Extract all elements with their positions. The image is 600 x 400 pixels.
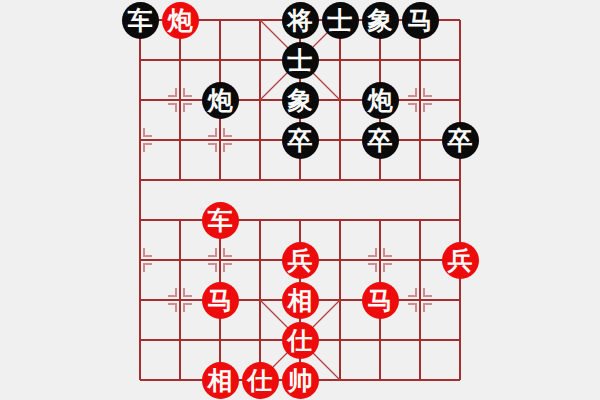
piece-black-soldier[interactable]: 卒 xyxy=(282,122,319,159)
piece-black-advisor[interactable]: 士 xyxy=(322,2,359,39)
point-marker xyxy=(224,144,232,152)
piece-black-cannon[interactable]: 炮 xyxy=(202,82,239,119)
piece-black-chariot[interactable]: 车 xyxy=(122,2,159,39)
point-marker xyxy=(384,248,392,256)
piece-black-elephant[interactable]: 象 xyxy=(282,82,319,119)
point-marker xyxy=(168,288,176,296)
piece-red-elephant[interactable]: 相 xyxy=(202,362,239,399)
point-marker xyxy=(208,264,216,272)
piece-red-horse[interactable]: 马 xyxy=(202,282,239,319)
point-marker xyxy=(408,288,416,296)
point-marker xyxy=(368,264,376,272)
piece-red-advisor[interactable]: 仕 xyxy=(282,322,319,359)
point-marker xyxy=(368,248,376,256)
point-marker xyxy=(184,104,192,112)
piece-black-cannon[interactable]: 炮 xyxy=(362,82,399,119)
point-marker xyxy=(168,104,176,112)
point-marker xyxy=(208,128,216,136)
piece-red-general[interactable]: 帅 xyxy=(282,362,319,399)
point-marker xyxy=(224,248,232,256)
point-marker xyxy=(408,104,416,112)
point-marker xyxy=(144,128,152,136)
point-marker xyxy=(424,288,432,296)
piece-black-general[interactable]: 将 xyxy=(282,2,319,39)
point-marker xyxy=(168,88,176,96)
point-marker xyxy=(224,128,232,136)
piece-red-elephant[interactable]: 相 xyxy=(282,282,319,319)
point-marker xyxy=(144,264,152,272)
piece-red-cannon[interactable]: 炮 xyxy=(162,2,199,39)
piece-black-elephant[interactable]: 象 xyxy=(362,2,399,39)
point-marker xyxy=(384,264,392,272)
point-marker xyxy=(208,144,216,152)
point-marker xyxy=(184,88,192,96)
point-marker xyxy=(168,304,176,312)
point-marker xyxy=(144,144,152,152)
piece-red-horse[interactable]: 马 xyxy=(362,282,399,319)
point-marker xyxy=(424,104,432,112)
point-marker xyxy=(408,304,416,312)
piece-black-soldier[interactable]: 卒 xyxy=(362,122,399,159)
xiangqi-board: 车炮将士象马士炮象炮卒卒卒车兵兵马相马仕相仕帅 xyxy=(0,0,600,400)
point-marker xyxy=(408,88,416,96)
piece-red-chariot[interactable]: 车 xyxy=(202,202,239,239)
point-marker xyxy=(184,304,192,312)
point-marker xyxy=(224,264,232,272)
piece-black-advisor[interactable]: 士 xyxy=(282,42,319,79)
point-marker xyxy=(208,248,216,256)
piece-red-soldier[interactable]: 兵 xyxy=(282,242,319,279)
piece-red-advisor[interactable]: 仕 xyxy=(242,362,279,399)
piece-black-horse[interactable]: 马 xyxy=(402,2,439,39)
piece-black-soldier[interactable]: 卒 xyxy=(442,122,479,159)
point-marker xyxy=(144,248,152,256)
point-marker xyxy=(424,88,432,96)
point-marker xyxy=(184,288,192,296)
piece-red-soldier[interactable]: 兵 xyxy=(442,242,479,279)
point-marker xyxy=(424,304,432,312)
